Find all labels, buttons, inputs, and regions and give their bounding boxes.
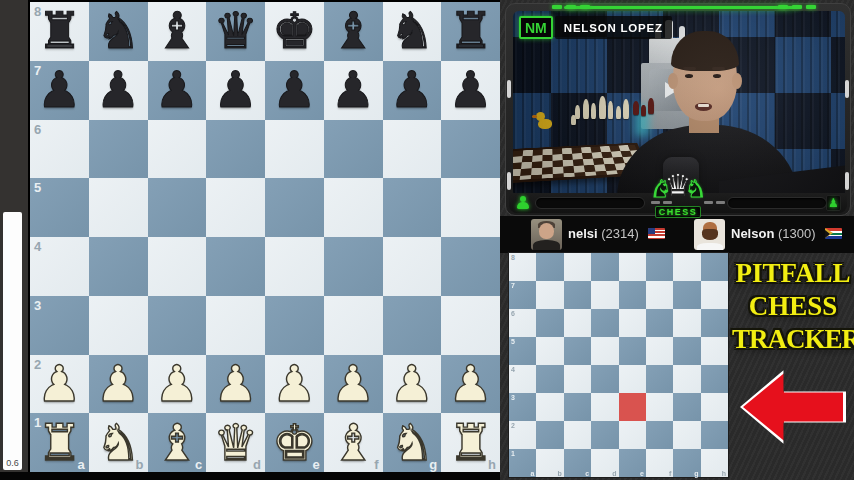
- square-c1[interactable]: c: [564, 449, 591, 477]
- square-b4[interactable]: [536, 365, 563, 393]
- square-a6[interactable]: 6: [509, 309, 536, 337]
- square-a5[interactable]: 5: [30, 178, 89, 237]
- square-e5[interactable]: [265, 178, 324, 237]
- square-b5[interactable]: [536, 337, 563, 365]
- square-c1[interactable]: ♝c: [148, 413, 207, 472]
- tracker-board[interactable]: 87654321abcdefgh: [509, 253, 728, 477]
- player-right-rating: (1300): [778, 226, 816, 241]
- white-pawn[interactable]: ♟: [213, 359, 258, 409]
- square-b2[interactable]: ♟: [89, 355, 148, 414]
- square-h2[interactable]: [701, 421, 728, 449]
- square-h8[interactable]: [701, 253, 728, 281]
- square-a4[interactable]: 4: [509, 365, 536, 393]
- square-b8[interactable]: [536, 253, 563, 281]
- square-c6[interactable]: [564, 309, 591, 337]
- square-c6[interactable]: [148, 120, 207, 179]
- square-f1[interactable]: ♝f: [324, 413, 383, 472]
- eval-bar: 0.6: [0, 0, 28, 472]
- square-e3[interactable]: [265, 296, 324, 355]
- rank-label-6: 6: [511, 310, 515, 317]
- square-e3-highlight[interactable]: [619, 393, 646, 421]
- square-h7[interactable]: [701, 281, 728, 309]
- square-a6[interactable]: 6: [30, 120, 89, 179]
- streamer-name: NELSON LOPEZ: [555, 16, 672, 39]
- square-g2[interactable]: ♟: [383, 355, 442, 414]
- promo-text-line: TRACKER: [732, 324, 854, 355]
- black-pawn[interactable]: ♟: [213, 65, 258, 115]
- white-pawn[interactable]: ♟: [448, 359, 493, 409]
- rank-label-5: 5: [511, 338, 515, 345]
- square-g8[interactable]: ♞: [383, 2, 442, 61]
- square-f6[interactable]: [324, 120, 383, 179]
- square-d8[interactable]: [591, 253, 618, 281]
- square-e2[interactable]: [619, 421, 646, 449]
- streamer-badge: NM NELSON LOPEZ: [519, 16, 672, 39]
- square-c7[interactable]: [564, 281, 591, 309]
- square-c3[interactable]: [148, 296, 207, 355]
- square-b6[interactable]: [89, 120, 148, 179]
- square-g1[interactable]: ♞g: [383, 413, 442, 472]
- square-g7[interactable]: [673, 281, 700, 309]
- white-bishop[interactable]: ♝: [331, 418, 376, 468]
- square-h8[interactable]: ♜: [441, 2, 500, 61]
- file-label-h: h: [722, 470, 726, 477]
- square-d6[interactable]: [206, 120, 265, 179]
- square-b3[interactable]: [536, 393, 563, 421]
- pawn-icon: ♟: [826, 195, 841, 211]
- eval-score: 0.6: [3, 458, 22, 468]
- stream-frame: 0.6 ♜8♞♝♛♚♝♞♜♟7♟♟♟♟♟♟♟6543♟2♟♟♟♟♟♟♟♜1a♞b…: [0, 0, 854, 480]
- square-b8[interactable]: ♞: [89, 2, 148, 61]
- square-d7[interactable]: ♟: [206, 61, 265, 120]
- square-h7[interactable]: ♟: [441, 61, 500, 120]
- square-b2[interactable]: [536, 421, 563, 449]
- right-panel: NM NELSON LOPEZ ♟ ♞ ♛ ♞ CHESS: [500, 0, 854, 480]
- white-rook[interactable]: ♜: [37, 418, 82, 468]
- square-g3[interactable]: [383, 296, 442, 355]
- square-g4[interactable]: [383, 237, 442, 296]
- square-c2[interactable]: ♟: [148, 355, 207, 414]
- black-knight[interactable]: ♞: [96, 6, 141, 56]
- square-c5[interactable]: [148, 178, 207, 237]
- player-left-rating: (2314): [601, 226, 639, 241]
- file-label-g: g: [694, 470, 698, 477]
- square-b1[interactable]: ♞b: [89, 413, 148, 472]
- black-knight[interactable]: ♞: [389, 6, 434, 56]
- square-g8[interactable]: [673, 253, 700, 281]
- square-f2[interactable]: ♟: [324, 355, 383, 414]
- square-d4[interactable]: [206, 237, 265, 296]
- square-d1[interactable]: d: [591, 449, 618, 477]
- white-pawn[interactable]: ♟: [331, 359, 376, 409]
- black-pawn[interactable]: ♟: [96, 65, 141, 115]
- square-a7[interactable]: 7: [509, 281, 536, 309]
- square-d5[interactable]: [206, 178, 265, 237]
- square-h2[interactable]: ♟: [441, 355, 500, 414]
- player-right-avatar[interactable]: [694, 219, 725, 250]
- square-e1[interactable]: ♚e: [265, 413, 324, 472]
- square-g5[interactable]: [673, 337, 700, 365]
- square-f8[interactable]: [646, 253, 673, 281]
- black-bishop[interactable]: ♝: [331, 6, 376, 56]
- square-f6[interactable]: [646, 309, 673, 337]
- player-left-avatar[interactable]: [531, 219, 562, 250]
- za-flag-icon: [825, 228, 842, 239]
- square-d7[interactable]: [591, 281, 618, 309]
- square-d3[interactable]: [206, 296, 265, 355]
- rank-label-6: 6: [34, 122, 41, 137]
- rank-label-8: 8: [511, 254, 515, 261]
- square-f3[interactable]: [646, 393, 673, 421]
- eval-bar-white-fill: [3, 212, 22, 470]
- white-rook[interactable]: ♜: [448, 418, 493, 468]
- square-f2[interactable]: [646, 421, 673, 449]
- white-pawn[interactable]: ♟: [96, 359, 141, 409]
- black-queen[interactable]: ♛: [213, 6, 258, 56]
- file-label-d: d: [612, 470, 616, 477]
- file-label-b: b: [557, 470, 561, 477]
- player-left-name[interactable]: nelsi (2314): [568, 226, 665, 241]
- square-e4[interactable]: [265, 237, 324, 296]
- square-f8[interactable]: ♝: [324, 2, 383, 61]
- square-g4[interactable]: [673, 365, 700, 393]
- white-pawn[interactable]: ♟: [389, 359, 434, 409]
- white-pawn[interactable]: ♟: [154, 359, 199, 409]
- white-bishop[interactable]: ♝: [154, 418, 199, 468]
- rank-label-1: 1: [511, 450, 515, 457]
- square-e8[interactable]: [619, 253, 646, 281]
- square-e7[interactable]: [619, 281, 646, 309]
- promo-text-line: PITFALL: [732, 258, 854, 289]
- square-c8[interactable]: ♝: [148, 2, 207, 61]
- square-e7[interactable]: ♟: [265, 61, 324, 120]
- rank-label-5: 5: [34, 180, 41, 195]
- square-e2[interactable]: ♟: [265, 355, 324, 414]
- square-f1[interactable]: f: [646, 449, 673, 477]
- square-b7[interactable]: [536, 281, 563, 309]
- square-d1[interactable]: ♛d: [206, 413, 265, 472]
- square-d2[interactable]: ♟: [206, 355, 265, 414]
- black-pawn[interactable]: ♟: [448, 65, 493, 115]
- square-a5[interactable]: 5: [509, 337, 536, 365]
- square-f7[interactable]: ♟: [324, 61, 383, 120]
- square-h6[interactable]: [701, 309, 728, 337]
- white-queen[interactable]: ♛: [213, 418, 258, 468]
- square-h5[interactable]: [441, 178, 500, 237]
- square-c4[interactable]: [148, 237, 207, 296]
- square-d4[interactable]: [591, 365, 618, 393]
- webcam-frame: NM NELSON LOPEZ ♟ ♞ ♛ ♞ CHESS: [505, 3, 851, 216]
- square-c8[interactable]: [564, 253, 591, 281]
- square-h5[interactable]: [701, 337, 728, 365]
- black-pawn[interactable]: ♟: [331, 65, 376, 115]
- square-b4[interactable]: [89, 237, 148, 296]
- bottom-letterbox: [0, 472, 500, 480]
- square-e1[interactable]: e: [619, 449, 646, 477]
- file-label-e: e: [640, 470, 644, 477]
- rank-label-4: 4: [34, 239, 41, 254]
- square-g2[interactable]: [673, 421, 700, 449]
- square-d8[interactable]: ♛: [206, 2, 265, 61]
- square-d5[interactable]: [591, 337, 618, 365]
- channel-logo: ♞ ♛ ♞ CHESS: [642, 167, 714, 219]
- frame-accent-dashes: [552, 5, 590, 9]
- title-badge: NM: [519, 16, 553, 39]
- square-a7[interactable]: ♟7: [30, 61, 89, 120]
- square-a4[interactable]: 4: [30, 237, 89, 296]
- square-e8[interactable]: ♚: [265, 2, 324, 61]
- square-g5[interactable]: [383, 178, 442, 237]
- square-c2[interactable]: [564, 421, 591, 449]
- black-pawn[interactable]: ♟: [272, 65, 317, 115]
- square-d3[interactable]: [591, 393, 618, 421]
- square-d6[interactable]: [591, 309, 618, 337]
- square-h3[interactable]: [701, 393, 728, 421]
- square-h4[interactable]: [441, 237, 500, 296]
- promo-text-line: CHESS: [732, 291, 854, 322]
- square-h6[interactable]: [441, 120, 500, 179]
- square-a3[interactable]: 3: [509, 393, 536, 421]
- file-label-c: c: [585, 470, 589, 477]
- black-rook[interactable]: ♜: [448, 6, 493, 56]
- black-pawn[interactable]: ♟: [37, 65, 82, 115]
- square-a2[interactable]: ♟2: [30, 355, 89, 414]
- file-label-a: a: [530, 470, 534, 477]
- black-pawn[interactable]: ♟: [389, 65, 434, 115]
- square-b5[interactable]: [89, 178, 148, 237]
- square-f4[interactable]: [324, 237, 383, 296]
- square-e6[interactable]: [265, 120, 324, 179]
- file-label-f: f: [669, 470, 671, 477]
- square-f5[interactable]: [646, 337, 673, 365]
- square-a8[interactable]: ♜8: [30, 2, 89, 61]
- square-a2[interactable]: 2: [509, 421, 536, 449]
- logo-queen-icon: ♛: [664, 170, 692, 201]
- main-chess-board[interactable]: ♜8♞♝♛♚♝♞♜♟7♟♟♟♟♟♟♟6543♟2♟♟♟♟♟♟♟♜1a♞b♝c♛d…: [30, 2, 500, 472]
- white-knight[interactable]: ♞: [389, 418, 434, 468]
- white-knight[interactable]: ♞: [96, 418, 141, 468]
- person-icon: [516, 196, 530, 210]
- square-a1[interactable]: 1a: [509, 449, 536, 477]
- promo-overlay: PITFALL CHESS TRACKER: [732, 252, 854, 480]
- black-rook[interactable]: ♜: [37, 6, 82, 56]
- black-bishop[interactable]: ♝: [154, 6, 199, 56]
- left-arrow-icon: [740, 368, 846, 446]
- logo-text: CHESS: [655, 206, 702, 218]
- white-king[interactable]: ♚: [272, 418, 317, 468]
- rank-label-7: 7: [511, 282, 515, 289]
- square-b3[interactable]: [89, 296, 148, 355]
- square-e6[interactable]: [619, 309, 646, 337]
- rank-label-2: 2: [511, 422, 515, 429]
- square-e4[interactable]: [619, 365, 646, 393]
- square-f7[interactable]: [646, 281, 673, 309]
- square-g6[interactable]: [673, 309, 700, 337]
- square-c4[interactable]: [564, 365, 591, 393]
- square-c3[interactable]: [564, 393, 591, 421]
- black-pawn[interactable]: ♟: [154, 65, 199, 115]
- square-g7[interactable]: ♟: [383, 61, 442, 120]
- square-h1[interactable]: ♜h: [441, 413, 500, 472]
- rank-label-3: 3: [511, 394, 515, 401]
- square-a3[interactable]: 3: [30, 296, 89, 355]
- rank-label-4: 4: [511, 366, 515, 373]
- white-pawn[interactable]: ♟: [37, 359, 82, 409]
- square-e5[interactable]: [619, 337, 646, 365]
- rank-label-3: 3: [34, 298, 41, 313]
- square-f3[interactable]: [324, 296, 383, 355]
- square-b7[interactable]: ♟: [89, 61, 148, 120]
- square-f5[interactable]: [324, 178, 383, 237]
- player-bar: nelsi (2314) Nelson (1300): [500, 216, 854, 253]
- frame-accent-dashes: [778, 5, 816, 9]
- white-pawn[interactable]: ♟: [272, 359, 317, 409]
- square-d2[interactable]: [591, 421, 618, 449]
- square-h4[interactable]: [701, 365, 728, 393]
- square-c7[interactable]: ♟: [148, 61, 207, 120]
- black-king[interactable]: ♚: [272, 6, 317, 56]
- player-right-name[interactable]: Nelson (1300): [731, 226, 842, 241]
- square-h3[interactable]: [441, 296, 500, 355]
- frame-accent-line: [564, 6, 794, 9]
- square-a1[interactable]: ♜1a: [30, 413, 89, 472]
- square-b6[interactable]: [536, 309, 563, 337]
- square-g6[interactable]: [383, 120, 442, 179]
- square-h1[interactable]: h: [701, 449, 728, 477]
- square-g3[interactable]: [673, 393, 700, 421]
- square-b1[interactable]: b: [536, 449, 563, 477]
- square-f4[interactable]: [646, 365, 673, 393]
- square-g1[interactable]: g: [673, 449, 700, 477]
- us-flag-icon: [648, 228, 665, 239]
- square-c5[interactable]: [564, 337, 591, 365]
- square-a8[interactable]: 8: [509, 253, 536, 281]
